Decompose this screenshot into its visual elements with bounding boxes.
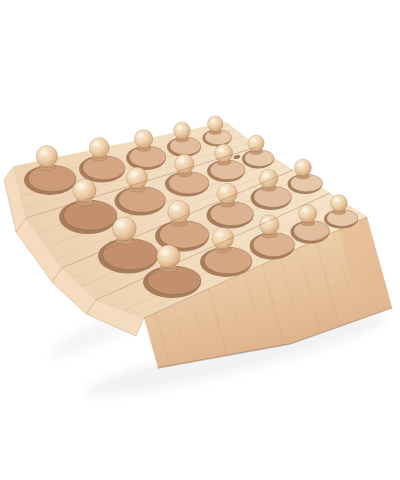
knob-highlight <box>210 119 215 123</box>
knob-highlight <box>117 222 125 228</box>
knob-highlight <box>40 150 47 155</box>
knob-highlight <box>216 232 223 237</box>
knob-highlight <box>297 162 303 166</box>
knob-highlight <box>251 139 257 143</box>
knob-highlight <box>263 173 269 177</box>
knobbed-cylinder-b1-c2 <box>79 138 125 183</box>
knob-sphere <box>168 200 190 222</box>
knob-highlight <box>334 198 340 202</box>
knob-sphere <box>157 245 180 268</box>
knob-highlight <box>177 126 183 130</box>
product-photo <box>0 0 400 480</box>
knob-sphere <box>89 138 109 158</box>
knob-sphere <box>259 169 278 188</box>
knob-highlight <box>93 142 100 147</box>
knob-sphere <box>134 130 152 148</box>
knob-sphere <box>175 154 194 173</box>
knobbed-cylinder-b1-c3 <box>126 130 166 170</box>
knob-sphere <box>73 179 96 202</box>
knob-sphere <box>174 122 191 139</box>
knob-highlight <box>161 250 169 256</box>
cylinder-blocks-photo <box>0 0 400 480</box>
knob-sphere <box>126 167 147 188</box>
knob-highlight <box>302 208 308 212</box>
knob-highlight <box>218 148 224 152</box>
knobbed-cylinder-b1-c1 <box>24 145 76 195</box>
knob-sphere <box>207 116 223 132</box>
knob-sphere <box>331 195 348 212</box>
knob-highlight <box>221 187 228 192</box>
knob-highlight <box>178 158 185 163</box>
knob-sphere <box>299 204 317 222</box>
knob-highlight <box>138 133 144 137</box>
knob-sphere <box>36 145 58 167</box>
knob-sphere <box>113 217 137 241</box>
knob-highlight <box>77 184 85 190</box>
knob-highlight <box>130 172 137 177</box>
knob-sphere <box>294 159 311 176</box>
knob-highlight <box>172 205 179 210</box>
